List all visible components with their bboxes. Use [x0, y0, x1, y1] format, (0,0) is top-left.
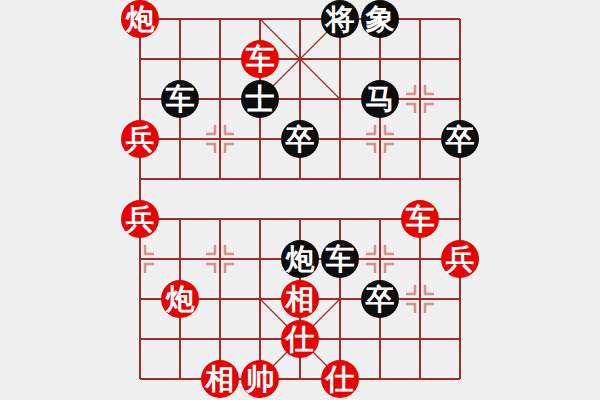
- red-soldier[interactable]: 兵: [441, 240, 479, 278]
- xiangqi-board: 炮将象车车士马兵卒卒兵车炮车兵炮相卒仕相帅仕: [0, 0, 600, 400]
- red-advisor[interactable]: 仕: [281, 320, 319, 358]
- red-elephant[interactable]: 相: [201, 360, 239, 398]
- red-chariot[interactable]: 车: [401, 200, 439, 238]
- red-soldier[interactable]: 兵: [121, 120, 159, 158]
- black-advisor[interactable]: 士: [241, 80, 279, 118]
- xiangqi-app: 炮将象车车士马兵卒卒兵车炮车兵炮相卒仕相帅仕: [0, 0, 600, 400]
- red-advisor[interactable]: 仕: [321, 360, 359, 398]
- piece-layer: 炮将象车车士马兵卒卒兵车炮车兵炮相卒仕相帅仕: [120, 0, 480, 399]
- black-soldier[interactable]: 卒: [281, 120, 319, 158]
- red-elephant[interactable]: 相: [281, 280, 319, 318]
- black-soldier[interactable]: 卒: [361, 280, 399, 318]
- red-cannon[interactable]: 炮: [161, 280, 199, 318]
- red-general[interactable]: 帅: [241, 360, 279, 398]
- black-horse[interactable]: 马: [361, 80, 399, 118]
- black-chariot[interactable]: 车: [161, 80, 199, 118]
- red-soldier[interactable]: 兵: [121, 200, 159, 238]
- black-elephant[interactable]: 象: [361, 0, 399, 38]
- black-cannon[interactable]: 炮: [281, 240, 319, 278]
- red-chariot[interactable]: 车: [241, 40, 279, 78]
- black-chariot[interactable]: 车: [321, 240, 359, 278]
- black-soldier[interactable]: 卒: [441, 120, 479, 158]
- black-general[interactable]: 将: [321, 0, 359, 38]
- red-cannon[interactable]: 炮: [121, 0, 159, 38]
